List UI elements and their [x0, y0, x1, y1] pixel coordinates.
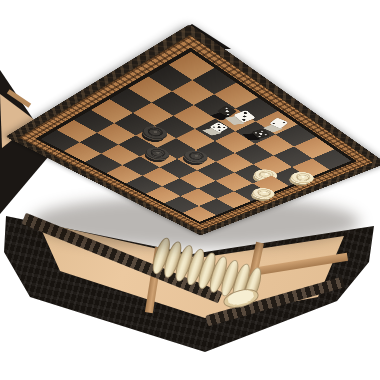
die-pip	[242, 118, 246, 120]
white-die[interactable]	[269, 117, 288, 128]
white-die[interactable]	[209, 121, 228, 132]
die-pip	[259, 132, 263, 134]
die-pip	[225, 110, 229, 112]
checkers-board	[6, 24, 380, 235]
die-pip	[258, 135, 262, 137]
white-die[interactable]	[233, 110, 255, 123]
die-pip	[264, 133, 268, 135]
die-pip	[243, 115, 247, 117]
checkers-set-photo	[0, 0, 380, 380]
die-pip	[243, 112, 247, 114]
die-pip	[254, 132, 258, 134]
die-pip	[272, 122, 276, 124]
die-pip	[260, 130, 264, 132]
die-pip	[226, 113, 230, 115]
die-pip	[217, 123, 221, 125]
die-pip	[222, 126, 226, 128]
die-pip	[218, 129, 222, 131]
die-pip	[225, 107, 229, 109]
die-pip	[282, 121, 286, 123]
die-pip	[217, 126, 221, 128]
dice-layer	[6, 24, 380, 235]
die-pip	[212, 126, 216, 128]
